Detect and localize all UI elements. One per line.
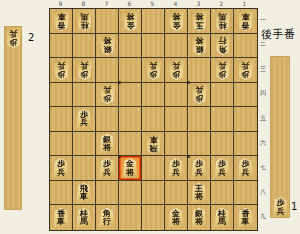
square-6-5[interactable] <box>119 107 142 132</box>
piece-kanji: 将 <box>195 36 203 45</box>
square-4-4[interactable] <box>165 83 188 108</box>
piece-kanji: 桂 <box>80 20 88 29</box>
sente-piece-銀将: 銀将 <box>191 208 208 228</box>
square-4-1[interactable]: 金将 <box>165 9 188 34</box>
piece-kanji: 車 <box>242 218 250 227</box>
square-3-6[interactable] <box>188 132 211 157</box>
piece-kanji: 将 <box>195 218 203 227</box>
square-1-4[interactable] <box>234 83 257 108</box>
piece-kanji: 兵 <box>218 169 226 178</box>
square-7-1[interactable] <box>96 9 119 34</box>
square-1-8[interactable] <box>234 181 257 206</box>
square-5-4[interactable] <box>142 83 165 108</box>
piece-kanji: 金 <box>172 20 180 29</box>
sente-piece-桂馬: 桂馬 <box>214 208 231 228</box>
piece-kanji: 歩 <box>149 69 157 78</box>
gote-piece-金将: 金将 <box>168 11 185 31</box>
square-3-4[interactable]: 歩兵 <box>188 83 211 108</box>
gote-piece-歩兵: 歩兵 <box>145 60 162 80</box>
gote-piece-歩兵: 歩兵 <box>99 84 116 104</box>
piece-kanji: 将 <box>195 193 203 202</box>
piece-kanji: 歩 <box>195 94 203 103</box>
piece-kanji: 兵 <box>80 61 88 70</box>
sente-piece-銀将: 銀将 <box>99 134 116 154</box>
square-2-5[interactable] <box>211 107 234 132</box>
square-6-6[interactable] <box>119 132 142 157</box>
gote-piece-銀将: 銀将 <box>191 35 208 55</box>
piece-kanji: 兵 <box>195 169 203 178</box>
piece-kanji: 歩 <box>80 69 88 78</box>
square-4-5[interactable] <box>165 107 188 132</box>
square-9-9[interactable]: 香車 <box>50 205 73 230</box>
piece-kanji: 兵 <box>57 61 65 70</box>
gote-piece-角行: 角行 <box>214 35 231 55</box>
piece-kanji: 兵 <box>195 85 203 94</box>
hand-piece-kanji-1: 歩 <box>10 38 18 47</box>
piece-kanji: 兵 <box>57 169 65 178</box>
square-8-1[interactable]: 桂馬 <box>73 9 96 34</box>
sente-piece-香車: 香車 <box>53 208 70 228</box>
rank-label-9: 九 <box>258 205 268 230</box>
hoshi-dot <box>187 81 190 84</box>
square-7-4[interactable]: 歩兵 <box>96 83 119 108</box>
shogi-board: 香車桂馬金将金将玉将桂馬香車銀将銀将角行歩兵歩兵歩兵歩兵歩兵歩兵歩兵歩兵歩兵銀将… <box>49 8 258 231</box>
piece-kanji: 歩 <box>242 69 250 78</box>
piece-kanji: 兵 <box>80 119 88 128</box>
piece-kanji: 兵 <box>103 85 111 94</box>
square-8-8[interactable]: 飛車 <box>73 181 96 206</box>
piece-kanji: 銀 <box>103 45 111 54</box>
sente-piece-王将: 王将 <box>191 183 208 203</box>
square-4-8[interactable] <box>165 181 188 206</box>
square-9-8[interactable] <box>50 181 73 206</box>
square-1-1[interactable]: 香車 <box>234 9 257 34</box>
square-3-2[interactable]: 銀将 <box>188 34 211 59</box>
square-6-4[interactable] <box>119 83 142 108</box>
piece-kanji: 歩 <box>172 69 180 78</box>
sente-hand-count: 1 <box>291 201 297 212</box>
hoshi-dot <box>187 155 190 158</box>
file-label-4: 4 <box>164 0 187 8</box>
piece-kanji: 飛 <box>149 143 157 152</box>
piece-kanji: 兵 <box>149 61 157 70</box>
square-6-9[interactable] <box>119 205 142 230</box>
piece-kanji: 将 <box>126 169 134 178</box>
file-label-9: 9 <box>49 0 72 8</box>
square-6-8[interactable] <box>119 181 142 206</box>
piece-kanji: 将 <box>126 12 134 21</box>
square-2-9[interactable]: 桂馬 <box>211 205 234 230</box>
square-1-9[interactable]: 香車 <box>234 205 257 230</box>
piece-kanji: 兵 <box>242 169 250 178</box>
sente-piece-香車: 香車 <box>237 208 254 228</box>
sente-piece-歩兵: 歩兵 <box>76 109 93 129</box>
piece-kanji: 歩 <box>57 69 65 78</box>
square-9-2[interactable] <box>50 34 73 59</box>
square-3-7[interactable]: 歩兵 <box>188 156 211 181</box>
piece-kanji: 行 <box>218 36 226 45</box>
sente-piece-歩兵: 歩兵 <box>191 158 208 178</box>
piece-kanji: 兵 <box>172 61 180 70</box>
shogi-diagram: 987654321 香車桂馬金将金将玉将桂馬香車銀将銀将角行歩兵歩兵歩兵歩兵歩兵… <box>0 0 300 234</box>
square-2-6[interactable] <box>211 132 234 157</box>
file-label-6: 6 <box>118 0 141 8</box>
square-8-2[interactable] <box>73 34 96 59</box>
piece-kanji: 玉 <box>195 20 203 29</box>
piece-kanji: 将 <box>172 12 180 21</box>
gote-piece-飛車: 飛車 <box>145 134 162 154</box>
square-7-8[interactable] <box>96 181 119 206</box>
gote-piece-香車: 香車 <box>237 11 254 31</box>
rank-label-6: 六 <box>258 131 268 156</box>
piece-kanji: 車 <box>57 218 65 227</box>
hand-piece-kanji-2: 兵 <box>277 208 285 217</box>
square-6-1[interactable]: 金将 <box>119 9 142 34</box>
square-7-5[interactable] <box>96 107 119 132</box>
gote-piece-歩兵: 歩兵 <box>76 60 93 80</box>
square-9-4[interactable] <box>50 83 73 108</box>
file-label-2: 2 <box>210 0 233 8</box>
square-5-9[interactable] <box>142 205 165 230</box>
sente-piece-歩兵: 歩兵 <box>53 158 70 178</box>
square-3-3[interactable] <box>188 58 211 83</box>
square-5-6[interactable]: 飛車 <box>142 132 165 157</box>
piece-kanji: 兵 <box>172 169 180 178</box>
square-8-7[interactable] <box>73 156 96 181</box>
sente-piece-桂馬: 桂馬 <box>76 208 93 228</box>
piece-kanji: 歩 <box>103 94 111 103</box>
square-1-7[interactable]: 歩兵 <box>234 156 257 181</box>
square-4-9[interactable]: 金将 <box>165 205 188 230</box>
file-label-7: 7 <box>95 0 118 8</box>
piece-kanji: 将 <box>195 12 203 21</box>
square-5-3[interactable]: 歩兵 <box>142 58 165 83</box>
hoshi-dot <box>118 81 121 84</box>
sente-piece-stand <box>270 56 290 218</box>
piece-kanji: 車 <box>80 193 88 202</box>
square-4-2[interactable] <box>165 34 188 59</box>
hand-piece-kanji-2: 兵 <box>10 29 18 38</box>
square-9-1[interactable]: 香車 <box>50 9 73 34</box>
piece-kanji: 兵 <box>103 169 111 178</box>
square-8-3[interactable]: 歩兵 <box>73 58 96 83</box>
square-8-6[interactable] <box>73 132 96 157</box>
square-8-9[interactable]: 桂馬 <box>73 205 96 230</box>
rank-label-4: 四 <box>258 82 268 107</box>
gote-piece-金将: 金将 <box>122 11 139 31</box>
square-5-1[interactable] <box>142 9 165 34</box>
rank-label-7: 七 <box>258 155 268 180</box>
square-3-5[interactable] <box>188 107 211 132</box>
hoshi-dot <box>118 155 121 158</box>
piece-kanji: 車 <box>242 12 250 21</box>
file-label-5: 5 <box>141 0 164 8</box>
square-8-4[interactable] <box>73 83 96 108</box>
square-9-5[interactable] <box>50 107 73 132</box>
rank-label-5: 五 <box>258 106 268 131</box>
square-8-5[interactable]: 歩兵 <box>73 107 96 132</box>
square-5-8[interactable] <box>142 181 165 206</box>
square-9-6[interactable] <box>50 132 73 157</box>
piece-kanji: 馬 <box>218 218 226 227</box>
piece-kanji: 車 <box>57 12 65 21</box>
gote-piece-桂馬: 桂馬 <box>214 11 231 31</box>
gote-piece-歩兵: 歩兵 <box>168 60 185 80</box>
piece-kanji: 馬 <box>80 218 88 227</box>
sente-piece-角行: 角行 <box>99 208 116 228</box>
gote-piece-歩兵: 歩兵 <box>53 60 70 80</box>
piece-kanji: 馬 <box>218 12 226 21</box>
square-3-9[interactable]: 銀将 <box>188 205 211 230</box>
turn-indicator: 後手番 <box>261 27 296 42</box>
square-2-1[interactable]: 桂馬 <box>211 9 234 34</box>
rank-label-3: 三 <box>258 57 268 82</box>
square-3-8[interactable]: 王将 <box>188 181 211 206</box>
gote-piece-玉将: 玉将 <box>191 11 208 31</box>
piece-kanji: 兵 <box>242 61 250 70</box>
square-2-3[interactable]: 歩兵 <box>211 58 234 83</box>
piece-kanji: 将 <box>172 218 180 227</box>
gote-hand-pawn[interactable]: 歩兵 <box>5 28 22 48</box>
square-2-4[interactable] <box>211 83 234 108</box>
sente-piece-歩兵: 歩兵 <box>168 158 185 178</box>
square-7-7[interactable]: 歩兵 <box>96 156 119 181</box>
piece-kanji: 香 <box>57 20 65 29</box>
square-1-3[interactable]: 歩兵 <box>234 58 257 83</box>
square-1-5[interactable] <box>234 107 257 132</box>
sente-piece-歩兵: 歩兵 <box>214 158 231 178</box>
file-label-1: 1 <box>233 0 256 8</box>
piece-kanji: 行 <box>103 218 111 227</box>
sente-piece-歩兵: 歩兵 <box>99 158 116 178</box>
square-5-5[interactable] <box>142 107 165 132</box>
sente-piece-金将: 金将 <box>168 208 185 228</box>
gote-piece-銀将: 銀将 <box>99 35 116 55</box>
square-2-2[interactable]: 角行 <box>211 34 234 59</box>
piece-kanji: 将 <box>103 144 111 153</box>
square-9-3[interactable]: 歩兵 <box>50 58 73 83</box>
square-2-7[interactable]: 歩兵 <box>211 156 234 181</box>
gote-piece-歩兵: 歩兵 <box>237 60 254 80</box>
piece-kanji: 兵 <box>218 61 226 70</box>
gote-piece-歩兵: 歩兵 <box>191 84 208 104</box>
file-label-3: 3 <box>187 0 210 8</box>
square-4-6[interactable] <box>165 132 188 157</box>
sente-piece-金将: 金将 <box>122 158 139 178</box>
sente-piece-飛車: 飛車 <box>76 183 93 203</box>
file-label-8: 8 <box>72 0 95 8</box>
square-6-3[interactable] <box>119 58 142 83</box>
square-7-6[interactable]: 銀将 <box>96 132 119 157</box>
square-9-7[interactable]: 歩兵 <box>50 156 73 181</box>
gote-piece-歩兵: 歩兵 <box>214 60 231 80</box>
piece-kanji: 歩 <box>218 69 226 78</box>
square-3-1[interactable]: 玉将 <box>188 9 211 34</box>
piece-kanji: 馬 <box>80 12 88 21</box>
gote-hand-count: 2 <box>28 32 34 43</box>
square-7-3[interactable] <box>96 58 119 83</box>
piece-kanji: 角 <box>218 45 226 54</box>
square-4-3[interactable]: 歩兵 <box>165 58 188 83</box>
gote-piece-香車: 香車 <box>53 11 70 31</box>
square-7-9[interactable]: 角行 <box>96 205 119 230</box>
gote-piece-桂馬: 桂馬 <box>76 11 93 31</box>
piece-kanji: 金 <box>126 20 134 29</box>
square-6-7[interactable]: 金将 <box>119 156 142 181</box>
file-labels: 987654321 <box>49 0 256 8</box>
piece-kanji: 桂 <box>218 20 226 29</box>
piece-kanji: 銀 <box>195 45 203 54</box>
sente-hand-pawn[interactable]: 歩兵 <box>272 197 289 217</box>
gote-piece-stand <box>4 26 22 210</box>
piece-kanji: 将 <box>103 36 111 45</box>
square-5-7[interactable] <box>142 156 165 181</box>
square-1-6[interactable] <box>234 132 257 157</box>
square-5-2[interactable] <box>142 34 165 59</box>
piece-kanji: 香 <box>242 20 250 29</box>
square-2-8[interactable] <box>211 181 234 206</box>
piece-kanji: 車 <box>149 135 157 144</box>
sente-piece-歩兵: 歩兵 <box>237 158 254 178</box>
square-1-2[interactable] <box>234 34 257 59</box>
square-4-7[interactable]: 歩兵 <box>165 156 188 181</box>
square-7-2[interactable]: 銀将 <box>96 34 119 59</box>
square-6-2[interactable] <box>119 34 142 59</box>
rank-label-8: 八 <box>258 180 268 205</box>
